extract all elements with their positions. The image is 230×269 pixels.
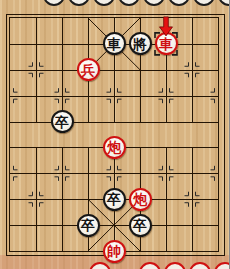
board-cell: [114, 96, 140, 122]
board-cell: [192, 96, 218, 122]
captured-piece-black: [218, 0, 230, 6]
piece-label: 卒: [55, 113, 69, 131]
board-cell: [192, 199, 218, 225]
piece-label: 將: [133, 35, 147, 53]
board-cell: [140, 96, 166, 122]
board-cell: [88, 96, 114, 122]
board-cell: [166, 225, 192, 251]
board-cell: [166, 122, 192, 148]
board-cell: [62, 18, 88, 44]
piece-label: 帥: [107, 242, 121, 260]
board-cell: [10, 225, 36, 251]
piece-black-soldier[interactable]: 卒: [129, 214, 152, 237]
board-cell: [10, 199, 36, 225]
piece-label: 炮: [107, 138, 121, 156]
board-cell: [192, 122, 218, 148]
board-cell: [36, 18, 62, 44]
piece-red-general[interactable]: 帥: [103, 240, 126, 263]
board-cell: [192, 44, 218, 70]
board-cell: [10, 70, 36, 96]
captured-piece-black: [43, 0, 65, 6]
piece-black-soldier[interactable]: 卒: [77, 214, 100, 237]
xiangqi-board-stage[interactable]: 車將車兵卒炮卒炮卒卒帥: [0, 0, 229, 269]
captured-piece-black: [143, 0, 165, 6]
piece-label: 兵: [81, 61, 95, 79]
board-cell: [166, 147, 192, 173]
board-cell: [10, 44, 36, 70]
board-cell: [36, 147, 62, 173]
piece-label: 卒: [107, 190, 121, 208]
piece-red-cannon[interactable]: 炮: [103, 136, 126, 159]
board-cell: [114, 70, 140, 96]
board-cell: [10, 173, 36, 199]
captured-piece-black: [93, 0, 115, 6]
piece-label: 卒: [81, 216, 95, 234]
board-cell: [166, 199, 192, 225]
board-cell: [140, 70, 166, 96]
board-cell: [192, 70, 218, 96]
board-cell: [166, 70, 192, 96]
board-cell: [10, 18, 36, 44]
board-cell: [36, 70, 62, 96]
piece-red-soldier[interactable]: 兵: [77, 58, 100, 81]
board-cell: [192, 225, 218, 251]
board-cell: [36, 44, 62, 70]
piece-label: 車: [107, 35, 121, 53]
board-cell: [140, 147, 166, 173]
piece-label: 卒: [133, 216, 147, 234]
board-cell: [140, 122, 166, 148]
board-cell: [192, 173, 218, 199]
board-cell: [36, 173, 62, 199]
piece-black-general[interactable]: 將: [129, 32, 152, 55]
board-cell: [10, 147, 36, 173]
piece-black-soldier[interactable]: 卒: [103, 188, 126, 211]
piece-label: 炮: [133, 190, 147, 208]
piece-red-cannon[interactable]: 炮: [129, 188, 152, 211]
board-cell: [10, 96, 36, 122]
board-cell: [62, 173, 88, 199]
board-cell: [166, 96, 192, 122]
piece-black-chariot[interactable]: 車: [103, 32, 126, 55]
piece-label: 車: [159, 35, 173, 53]
board-cell: [10, 122, 36, 148]
board-cell: [192, 147, 218, 173]
piece-black-soldier[interactable]: 卒: [51, 110, 74, 133]
captured-piece-black: [193, 0, 215, 6]
board-cell: [62, 147, 88, 173]
piece-red-chariot[interactable]: 車: [155, 32, 178, 55]
board-cell: [166, 173, 192, 199]
captured-piece-black: [68, 0, 90, 6]
board-cell: [192, 18, 218, 44]
board-cell: [36, 199, 62, 225]
board-cell: [36, 225, 62, 251]
captured-piece-black: [168, 0, 190, 6]
captured-piece-black: [118, 0, 140, 6]
